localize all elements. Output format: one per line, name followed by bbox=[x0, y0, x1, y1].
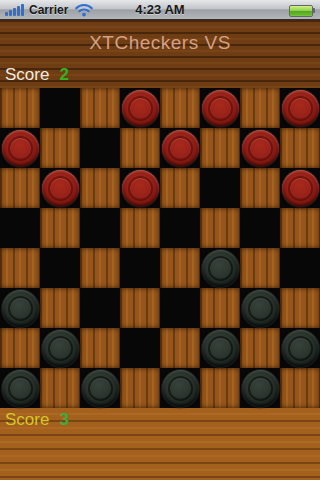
square-r3c7[interactable] bbox=[280, 208, 320, 248]
battery-full-icon bbox=[289, 5, 313, 17]
black-checker[interactable] bbox=[2, 290, 39, 327]
square-r7c3[interactable] bbox=[120, 368, 160, 408]
square-r1c1[interactable] bbox=[40, 128, 80, 168]
square-r1c7[interactable] bbox=[280, 128, 320, 168]
square-r6c3[interactable] bbox=[120, 328, 160, 368]
square-r2c2[interactable] bbox=[80, 168, 120, 208]
status-bar: Carrier 4:23 AM bbox=[0, 0, 320, 20]
square-r6c7[interactable] bbox=[280, 328, 320, 368]
square-r3c4[interactable] bbox=[160, 208, 200, 248]
square-r2c4[interactable] bbox=[160, 168, 200, 208]
square-r1c3[interactable] bbox=[120, 128, 160, 168]
black-checker[interactable] bbox=[2, 370, 39, 407]
square-r4c2[interactable] bbox=[80, 248, 120, 288]
square-r6c5[interactable] bbox=[200, 328, 240, 368]
square-r4c5[interactable] bbox=[200, 248, 240, 288]
square-r4c3[interactable] bbox=[120, 248, 160, 288]
square-r1c6[interactable] bbox=[240, 128, 280, 168]
black-checker[interactable] bbox=[282, 330, 319, 367]
square-r7c0[interactable] bbox=[0, 368, 40, 408]
square-r2c0[interactable] bbox=[0, 168, 40, 208]
black-checker[interactable] bbox=[202, 330, 239, 367]
square-r5c6[interactable] bbox=[240, 288, 280, 328]
red-checker[interactable] bbox=[202, 90, 239, 127]
square-r0c3[interactable] bbox=[120, 88, 160, 128]
black-checker[interactable] bbox=[82, 370, 119, 407]
red-checker[interactable] bbox=[122, 90, 159, 127]
square-r2c6[interactable] bbox=[240, 168, 280, 208]
square-r2c3[interactable] bbox=[120, 168, 160, 208]
square-r0c6[interactable] bbox=[240, 88, 280, 128]
square-r7c6[interactable] bbox=[240, 368, 280, 408]
square-r0c1[interactable] bbox=[40, 88, 80, 128]
square-r6c2[interactable] bbox=[80, 328, 120, 368]
square-r6c0[interactable] bbox=[0, 328, 40, 368]
score-top-label: Score bbox=[5, 65, 49, 84]
score-top: Score2 bbox=[5, 65, 69, 85]
black-checker[interactable] bbox=[242, 370, 279, 407]
red-checker[interactable] bbox=[122, 170, 159, 207]
square-r3c1[interactable] bbox=[40, 208, 80, 248]
square-r4c1[interactable] bbox=[40, 248, 80, 288]
square-r1c4[interactable] bbox=[160, 128, 200, 168]
square-r5c0[interactable] bbox=[0, 288, 40, 328]
square-r7c5[interactable] bbox=[200, 368, 240, 408]
square-r7c1[interactable] bbox=[40, 368, 80, 408]
score-bottom-label: Score bbox=[5, 410, 49, 429]
square-r6c6[interactable] bbox=[240, 328, 280, 368]
black-checker[interactable] bbox=[202, 250, 239, 287]
square-r6c4[interactable] bbox=[160, 328, 200, 368]
red-checker[interactable] bbox=[282, 170, 319, 207]
square-r5c5[interactable] bbox=[200, 288, 240, 328]
black-checker[interactable] bbox=[42, 330, 79, 367]
black-checker[interactable] bbox=[242, 290, 279, 327]
square-r3c3[interactable] bbox=[120, 208, 160, 248]
square-r6c1[interactable] bbox=[40, 328, 80, 368]
square-r2c1[interactable] bbox=[40, 168, 80, 208]
score-bottom: Score3 bbox=[5, 410, 69, 430]
square-r5c4[interactable] bbox=[160, 288, 200, 328]
square-r2c5[interactable] bbox=[200, 168, 240, 208]
square-r3c6[interactable] bbox=[240, 208, 280, 248]
square-r5c7[interactable] bbox=[280, 288, 320, 328]
red-checker[interactable] bbox=[242, 130, 279, 167]
square-r4c4[interactable] bbox=[160, 248, 200, 288]
square-r7c2[interactable] bbox=[80, 368, 120, 408]
square-r3c0[interactable] bbox=[0, 208, 40, 248]
square-r7c7[interactable] bbox=[280, 368, 320, 408]
square-r1c0[interactable] bbox=[0, 128, 40, 168]
square-r5c3[interactable] bbox=[120, 288, 160, 328]
square-r4c7[interactable] bbox=[280, 248, 320, 288]
score-top-value: 2 bbox=[59, 65, 68, 84]
page-title: XTCheckers VS bbox=[0, 32, 320, 54]
square-r4c6[interactable] bbox=[240, 248, 280, 288]
square-r4c0[interactable] bbox=[0, 248, 40, 288]
board bbox=[0, 88, 320, 408]
square-r3c2[interactable] bbox=[80, 208, 120, 248]
square-r0c0[interactable] bbox=[0, 88, 40, 128]
black-checker[interactable] bbox=[162, 370, 199, 407]
square-r1c5[interactable] bbox=[200, 128, 240, 168]
square-r5c1[interactable] bbox=[40, 288, 80, 328]
square-r5c2[interactable] bbox=[80, 288, 120, 328]
red-checker[interactable] bbox=[282, 90, 319, 127]
square-r3c5[interactable] bbox=[200, 208, 240, 248]
clock-label: 4:23 AM bbox=[0, 2, 320, 17]
red-checker[interactable] bbox=[2, 130, 39, 167]
score-bottom-value: 3 bbox=[59, 410, 68, 429]
square-r0c4[interactable] bbox=[160, 88, 200, 128]
square-r0c7[interactable] bbox=[280, 88, 320, 128]
square-r7c4[interactable] bbox=[160, 368, 200, 408]
square-r1c2[interactable] bbox=[80, 128, 120, 168]
square-r0c5[interactable] bbox=[200, 88, 240, 128]
red-checker[interactable] bbox=[42, 170, 79, 207]
red-checker[interactable] bbox=[162, 130, 199, 167]
square-r0c2[interactable] bbox=[80, 88, 120, 128]
square-r2c7[interactable] bbox=[280, 168, 320, 208]
